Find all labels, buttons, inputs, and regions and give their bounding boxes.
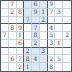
cell-r4c2[interactable]: 8 (9, 24, 17, 32)
cell-r4c6[interactable] (40, 24, 48, 32)
cell-r6c1[interactable] (1, 40, 9, 48)
cell-r8c7[interactable]: 2 (48, 55, 56, 63)
cell-r9c8[interactable] (55, 63, 63, 71)
cell-r5c2[interactable] (9, 32, 17, 40)
cell-r2c2[interactable]: 2 (9, 9, 17, 17)
cell-r7c6[interactable]: 3 (40, 48, 48, 56)
cell-r2c3[interactable]: 8 (17, 9, 25, 17)
cell-r5c9[interactable]: 2 (63, 32, 71, 40)
cell-r8c9[interactable] (63, 55, 71, 63)
cell-r3c1[interactable] (1, 17, 9, 25)
cell-r2c8[interactable]: 3 (55, 9, 63, 17)
cell-r6c3[interactable]: 6 (17, 40, 25, 48)
cell-r8c3[interactable]: 7 (17, 55, 25, 63)
cell-r8c6[interactable] (40, 55, 48, 63)
cell-r9c7[interactable]: 8 (48, 63, 56, 71)
cell-r2c9[interactable] (63, 9, 71, 17)
cell-r2c7[interactable]: 7 (48, 9, 56, 17)
cell-r5c4[interactable] (24, 32, 32, 40)
cell-r1c1[interactable] (1, 1, 9, 9)
cell-r2c5[interactable]: 9 (32, 9, 40, 17)
cell-r8c2[interactable]: 6 (9, 55, 17, 63)
cell-r4c4[interactable] (24, 24, 32, 32)
cell-r9c5[interactable] (32, 63, 40, 71)
cell-r5c1[interactable]: 7 (1, 32, 9, 40)
cell-r6c7[interactable]: 3 (48, 40, 56, 48)
cell-r9c4[interactable]: 1 (24, 63, 32, 71)
cell-r3c4[interactable]: 7 (24, 17, 32, 25)
cell-r6c9[interactable] (63, 40, 71, 48)
cell-r7c9[interactable] (63, 48, 71, 56)
cell-r5c6[interactable] (40, 32, 48, 40)
sudoku-board: 76928917372897471852623123678425218 (0, 0, 72, 72)
cell-r6c8[interactable]: 1 (55, 40, 63, 48)
cell-r8c1[interactable] (1, 55, 9, 63)
cell-r9c1[interactable] (1, 63, 9, 71)
cell-r6c5[interactable]: 2 (32, 40, 40, 48)
cell-r6c2[interactable] (9, 40, 17, 48)
cell-r1c9[interactable] (63, 1, 71, 9)
cell-r9c3[interactable]: 2 (17, 63, 25, 71)
cell-r1c4[interactable] (24, 1, 32, 9)
cell-r7c1[interactable] (1, 48, 9, 56)
cell-r9c2[interactable] (9, 63, 17, 71)
cell-r2c1[interactable] (1, 9, 9, 17)
cell-r9c6[interactable] (40, 63, 48, 71)
cell-r3c9[interactable] (63, 17, 71, 25)
cell-r9c9[interactable] (63, 63, 71, 71)
cell-r8c8[interactable]: 5 (55, 55, 63, 63)
cell-r4c8[interactable] (55, 24, 63, 32)
cell-r8c4[interactable]: 8 (24, 55, 32, 63)
cell-r3c8[interactable] (55, 17, 63, 25)
cell-r3c6[interactable]: 2 (40, 17, 48, 25)
cell-r8c5[interactable]: 4 (32, 55, 40, 63)
